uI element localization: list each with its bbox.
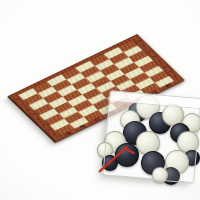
checker-piece-white — [152, 167, 168, 183]
product-photo: ABCDEFGH 87654321 87654321 — [0, 0, 200, 200]
